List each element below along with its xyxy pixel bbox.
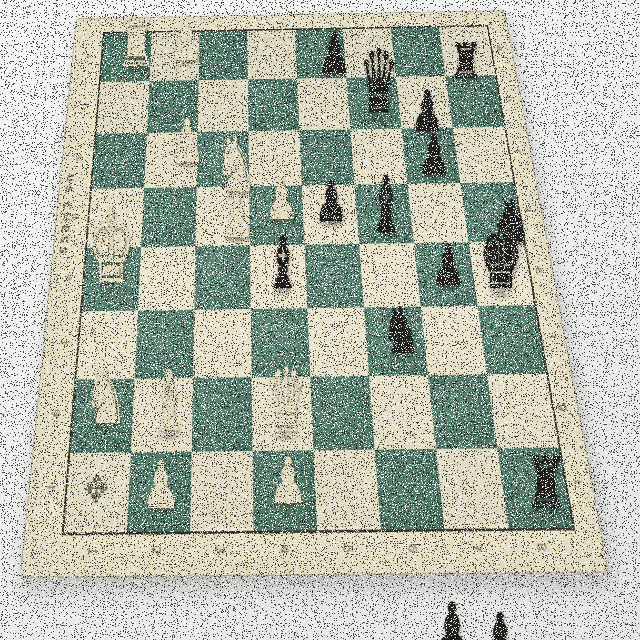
piece-white-pawn-d4: ♟ <box>264 171 298 228</box>
piece-white-bishop-g2: ♝ <box>149 360 188 444</box>
piece-black-pawn-c7: ♟ <box>417 127 451 182</box>
piece-white-pawn-d3: ♟ <box>219 186 255 246</box>
pieces-layer: ♟♜♟♜♛♟♟♟♞♟♟♝♟♞♟♚♝♚♞♞♝♛♟♟♜♟♟ <box>0 0 640 640</box>
piece-white-queen-g4: ♛ <box>264 355 307 444</box>
piece-black-rook-h8: ♜ <box>524 447 567 519</box>
piece-black-pawn-c5: ♟ <box>314 173 348 230</box>
piece-white-king-e1: ♚ <box>88 194 135 298</box>
piece-white-pawn-h4: ♟ <box>268 449 307 513</box>
piece-black-queen-b6: ♛ <box>359 38 398 126</box>
piece-black-pawn-e7: ♟ <box>431 237 465 294</box>
piece-black-pawn-a5: ♟ <box>317 25 351 82</box>
piece-black-bishop-d6: ♝ <box>367 167 405 245</box>
piece-black-bishop-e4: ♝ <box>265 227 301 299</box>
piece-black-rook-a8: ♜ <box>449 36 483 85</box>
piece-white-pawn-h2: ♟ <box>141 452 180 518</box>
piece-white-pawn-c2: ♟ <box>169 111 205 171</box>
piece-black-pawn-offboard-2: ♟ <box>480 604 519 640</box>
piece-white-rook-a1: ♜ <box>115 10 156 77</box>
piece-black-pawn-offboard-1: ♟ <box>430 591 473 640</box>
piece-white-knight-g1: ♞ <box>84 356 129 436</box>
piece-black-king-e8: ♚ <box>479 208 522 302</box>
piece-black-knight-f6: ♞ <box>381 297 420 363</box>
piece-white-pawn-a2: ♟ <box>169 12 203 69</box>
photo-frame: ✥ US CHESS 12345678aabbccddeeffgghh ♟♜♟♜… <box>0 0 640 640</box>
